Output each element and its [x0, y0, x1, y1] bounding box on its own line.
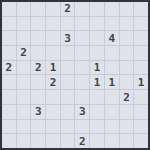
cell-r0c7[interactable]: [105, 2, 119, 16]
cell-r0c6[interactable]: [90, 2, 104, 16]
cell-r6c0[interactable]: [2, 90, 16, 104]
cell-r8c0[interactable]: [2, 120, 16, 134]
cell-r0c3[interactable]: [46, 2, 60, 16]
cell-r7c2-clue[interactable]: 3: [31, 105, 45, 119]
cell-r4c3-clue[interactable]: 1: [46, 61, 60, 75]
cell-r5c3-clue[interactable]: 2: [46, 75, 60, 89]
cell-r9c9[interactable]: [134, 134, 148, 148]
cell-r8c3[interactable]: [46, 120, 60, 134]
cell-r9c3[interactable]: [46, 134, 60, 148]
cell-r8c9[interactable]: [134, 120, 148, 134]
puzzle-grid: 2342221121112332: [2, 2, 148, 148]
cell-r3c3[interactable]: [46, 46, 60, 60]
cell-r2c3[interactable]: [46, 31, 60, 45]
cell-r8c6[interactable]: [90, 120, 104, 134]
cell-r9c7[interactable]: [105, 134, 119, 148]
cell-r2c4-clue[interactable]: 3: [61, 31, 75, 45]
cell-r3c8[interactable]: [120, 46, 134, 60]
cell-r4c6-clue[interactable]: 1: [90, 61, 104, 75]
cell-r0c5[interactable]: [75, 2, 89, 16]
cell-r0c0[interactable]: [2, 2, 16, 16]
cell-r9c1[interactable]: [17, 134, 31, 148]
cell-r8c2[interactable]: [31, 120, 45, 134]
cell-r9c4[interactable]: [61, 134, 75, 148]
cell-r5c6-clue[interactable]: 1: [90, 75, 104, 89]
cell-r3c9[interactable]: [134, 46, 148, 60]
cell-r2c6[interactable]: [90, 31, 104, 45]
cell-r3c7[interactable]: [105, 46, 119, 60]
cell-r8c1[interactable]: [17, 120, 31, 134]
cell-r2c8[interactable]: [120, 31, 134, 45]
cell-r9c8[interactable]: [120, 134, 134, 148]
cell-r1c1[interactable]: [17, 17, 31, 31]
cell-r6c1[interactable]: [17, 90, 31, 104]
cell-r8c7[interactable]: [105, 120, 119, 134]
cell-r4c4[interactable]: [61, 61, 75, 75]
cell-r7c1[interactable]: [17, 105, 31, 119]
cell-r2c0[interactable]: [2, 31, 16, 45]
cell-r5c4[interactable]: [61, 75, 75, 89]
cell-r7c0[interactable]: [2, 105, 16, 119]
cell-r3c2[interactable]: [31, 46, 45, 60]
cell-r1c8[interactable]: [120, 17, 134, 31]
puzzle-board: 2342221121112332: [0, 0, 150, 150]
cell-r7c4[interactable]: [61, 105, 75, 119]
cell-r4c2-clue[interactable]: 2: [31, 61, 45, 75]
cell-r4c8[interactable]: [120, 61, 134, 75]
cell-r7c9[interactable]: [134, 105, 148, 119]
cell-r1c5[interactable]: [75, 17, 89, 31]
cell-r0c4-clue[interactable]: 2: [61, 2, 75, 16]
cell-r3c5[interactable]: [75, 46, 89, 60]
cell-r1c7[interactable]: [105, 17, 119, 31]
cell-r8c8[interactable]: [120, 120, 134, 134]
cell-r8c4[interactable]: [61, 120, 75, 134]
cell-r2c1[interactable]: [17, 31, 31, 45]
cell-r1c2[interactable]: [31, 17, 45, 31]
cell-r5c7-clue[interactable]: 1: [105, 75, 119, 89]
cell-r4c5[interactable]: [75, 61, 89, 75]
cell-r4c9[interactable]: [134, 61, 148, 75]
cell-r0c9[interactable]: [134, 2, 148, 16]
cell-r6c5[interactable]: [75, 90, 89, 104]
cell-r1c3[interactable]: [46, 17, 60, 31]
cell-r6c4[interactable]: [61, 90, 75, 104]
cell-r2c7-clue[interactable]: 4: [105, 31, 119, 45]
cell-r5c9-clue[interactable]: 1: [134, 75, 148, 89]
cell-r4c1[interactable]: [17, 61, 31, 75]
cell-r6c9[interactable]: [134, 90, 148, 104]
cell-r9c5-clue[interactable]: 2: [75, 134, 89, 148]
cell-r2c2[interactable]: [31, 31, 45, 45]
cell-r3c0[interactable]: [2, 46, 16, 60]
cell-r9c0[interactable]: [2, 134, 16, 148]
cell-r7c3[interactable]: [46, 105, 60, 119]
cell-r6c6[interactable]: [90, 90, 104, 104]
cell-r6c3[interactable]: [46, 90, 60, 104]
cell-r3c1-clue[interactable]: 2: [17, 46, 31, 60]
cell-r6c8-clue[interactable]: 2: [120, 90, 134, 104]
cell-r5c5[interactable]: [75, 75, 89, 89]
cell-r0c2[interactable]: [31, 2, 45, 16]
cell-r1c9[interactable]: [134, 17, 148, 31]
cell-r7c6[interactable]: [90, 105, 104, 119]
cell-r0c8[interactable]: [120, 2, 134, 16]
cell-r5c1[interactable]: [17, 75, 31, 89]
cell-r3c4[interactable]: [61, 46, 75, 60]
cell-r6c2[interactable]: [31, 90, 45, 104]
cell-r1c4[interactable]: [61, 17, 75, 31]
cell-r4c0-clue[interactable]: 2: [2, 61, 16, 75]
cell-r1c0[interactable]: [2, 17, 16, 31]
cell-r9c2[interactable]: [31, 134, 45, 148]
cell-r5c0[interactable]: [2, 75, 16, 89]
cell-r2c9[interactable]: [134, 31, 148, 45]
cell-r7c7[interactable]: [105, 105, 119, 119]
cell-r2c5[interactable]: [75, 31, 89, 45]
cell-r7c8[interactable]: [120, 105, 134, 119]
cell-r0c1[interactable]: [17, 2, 31, 16]
cell-r9c6[interactable]: [90, 134, 104, 148]
cell-r8c5[interactable]: [75, 120, 89, 134]
cell-r6c7[interactable]: [105, 90, 119, 104]
cell-r7c5-clue[interactable]: 3: [75, 105, 89, 119]
cell-r1c6[interactable]: [90, 17, 104, 31]
cell-r5c2[interactable]: [31, 75, 45, 89]
cell-r5c8[interactable]: [120, 75, 134, 89]
cell-r3c6[interactable]: [90, 46, 104, 60]
cell-r4c7[interactable]: [105, 61, 119, 75]
